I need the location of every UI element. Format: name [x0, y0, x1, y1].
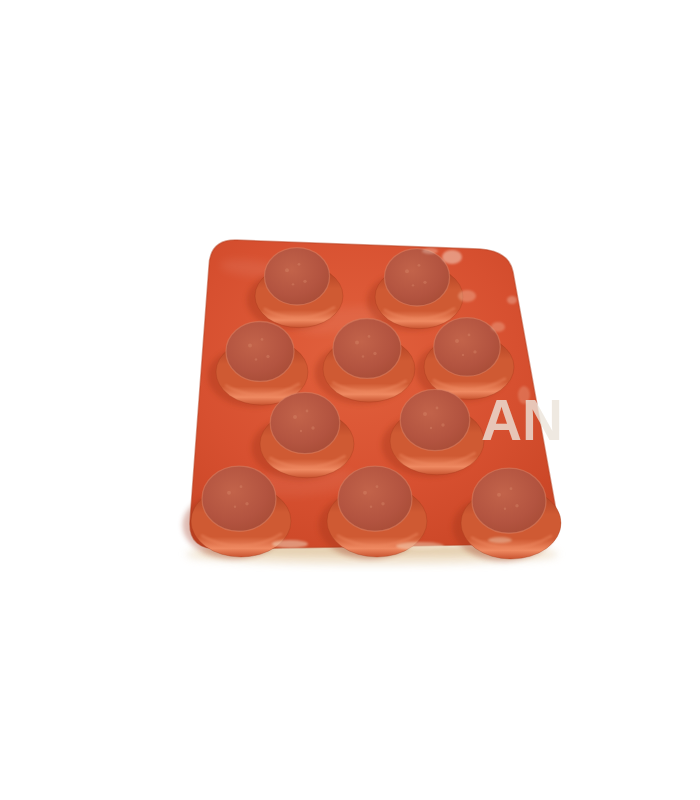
photo-svg: AN	[0, 0, 700, 800]
watermark-text: AN	[481, 387, 563, 452]
product-photo: AN	[0, 0, 700, 800]
